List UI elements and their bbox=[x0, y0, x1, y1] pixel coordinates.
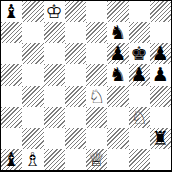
square-g6[interactable]: ♚ bbox=[129, 43, 150, 64]
square-d1[interactable] bbox=[65, 149, 86, 170]
square-h6[interactable]: ♟ bbox=[150, 43, 171, 64]
square-d6[interactable] bbox=[65, 43, 86, 64]
square-h3[interactable] bbox=[150, 107, 171, 128]
square-e4[interactable]: ♘ bbox=[86, 86, 107, 107]
black-bishop-a1: ♝ bbox=[3, 150, 20, 169]
square-f7[interactable]: ♞ bbox=[107, 22, 128, 43]
black-pawn-f6: ♟ bbox=[109, 44, 126, 63]
square-h8[interactable] bbox=[150, 1, 171, 22]
square-e1[interactable]: ♕ bbox=[86, 149, 107, 170]
square-c1[interactable] bbox=[44, 149, 65, 170]
square-a8[interactable]: ♝ bbox=[1, 1, 22, 22]
square-a3[interactable] bbox=[1, 107, 22, 128]
square-c3[interactable] bbox=[44, 107, 65, 128]
chess-diagram: ♝♔♞♟♚♟♞♟♟♘♘♜♝♗♕ bbox=[0, 0, 172, 172]
black-rook-h2: ♜ bbox=[152, 129, 169, 148]
square-c4[interactable] bbox=[44, 86, 65, 107]
square-f6[interactable]: ♟ bbox=[107, 43, 128, 64]
white-king-c8: ♔ bbox=[46, 2, 63, 21]
square-b3[interactable] bbox=[22, 107, 43, 128]
square-g8[interactable] bbox=[129, 1, 150, 22]
square-h1[interactable] bbox=[150, 149, 171, 170]
square-d8[interactable] bbox=[65, 1, 86, 22]
square-d3[interactable] bbox=[65, 107, 86, 128]
square-g4[interactable] bbox=[129, 86, 150, 107]
black-knight-f7: ♞ bbox=[109, 23, 126, 42]
square-f1[interactable] bbox=[107, 149, 128, 170]
square-c5[interactable] bbox=[44, 64, 65, 85]
square-f2[interactable] bbox=[107, 128, 128, 149]
square-h7[interactable] bbox=[150, 22, 171, 43]
square-d5[interactable] bbox=[65, 64, 86, 85]
black-bishop-a8: ♝ bbox=[3, 2, 20, 21]
black-pawn-h6: ♟ bbox=[152, 44, 169, 63]
square-e7[interactable] bbox=[86, 22, 107, 43]
white-knight-e4: ♘ bbox=[88, 87, 105, 106]
white-bishop-b1: ♗ bbox=[24, 150, 41, 169]
square-a1[interactable]: ♝ bbox=[1, 149, 22, 170]
square-b2[interactable] bbox=[22, 128, 43, 149]
square-c2[interactable] bbox=[44, 128, 65, 149]
square-h4[interactable] bbox=[150, 86, 171, 107]
square-g2[interactable] bbox=[129, 128, 150, 149]
square-b6[interactable] bbox=[22, 43, 43, 64]
white-queen-e1: ♕ bbox=[88, 150, 105, 169]
square-h5[interactable]: ♟ bbox=[150, 64, 171, 85]
square-a4[interactable] bbox=[1, 86, 22, 107]
square-a2[interactable] bbox=[1, 128, 22, 149]
black-knight-f5: ♞ bbox=[109, 65, 126, 84]
white-knight-g3: ♘ bbox=[131, 108, 148, 127]
square-f3[interactable] bbox=[107, 107, 128, 128]
square-e2[interactable] bbox=[86, 128, 107, 149]
square-h2[interactable]: ♜ bbox=[150, 128, 171, 149]
square-d7[interactable] bbox=[65, 22, 86, 43]
square-e3[interactable] bbox=[86, 107, 107, 128]
black-king-g6: ♚ bbox=[131, 44, 148, 63]
square-b4[interactable] bbox=[22, 86, 43, 107]
square-b1[interactable]: ♗ bbox=[22, 149, 43, 170]
square-f5[interactable]: ♞ bbox=[107, 64, 128, 85]
square-c8[interactable]: ♔ bbox=[44, 1, 65, 22]
black-pawn-h5: ♟ bbox=[152, 65, 169, 84]
square-b7[interactable] bbox=[22, 22, 43, 43]
square-g1[interactable] bbox=[129, 149, 150, 170]
square-a6[interactable] bbox=[1, 43, 22, 64]
square-b5[interactable] bbox=[22, 64, 43, 85]
square-b8[interactable] bbox=[22, 1, 43, 22]
chess-board: ♝♔♞♟♚♟♞♟♟♘♘♜♝♗♕ bbox=[0, 0, 172, 172]
square-e8[interactable] bbox=[86, 1, 107, 22]
square-g3[interactable]: ♘ bbox=[129, 107, 150, 128]
square-d4[interactable] bbox=[65, 86, 86, 107]
square-g5[interactable]: ♟ bbox=[129, 64, 150, 85]
square-a5[interactable] bbox=[1, 64, 22, 85]
square-f4[interactable] bbox=[107, 86, 128, 107]
square-c6[interactable] bbox=[44, 43, 65, 64]
black-pawn-g5: ♟ bbox=[131, 65, 148, 84]
square-a7[interactable] bbox=[1, 22, 22, 43]
square-e6[interactable] bbox=[86, 43, 107, 64]
square-d2[interactable] bbox=[65, 128, 86, 149]
square-f8[interactable] bbox=[107, 1, 128, 22]
square-g7[interactable] bbox=[129, 22, 150, 43]
square-e5[interactable] bbox=[86, 64, 107, 85]
square-c7[interactable] bbox=[44, 22, 65, 43]
